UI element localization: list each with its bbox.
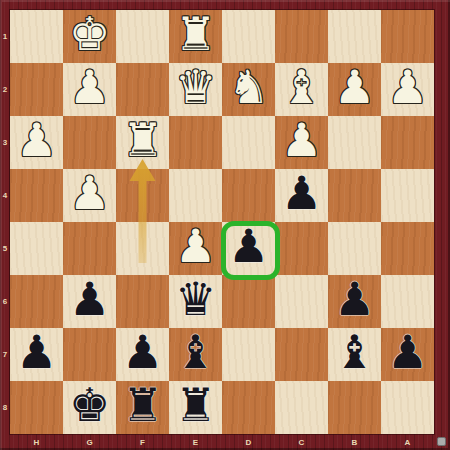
square-c1[interactable] <box>275 10 328 63</box>
square-f3[interactable]: ♜ <box>116 116 169 169</box>
square-g4[interactable]: ♟ <box>63 169 116 222</box>
black-bishop-b7[interactable]: ♝ <box>334 326 375 379</box>
square-f1[interactable] <box>116 10 169 63</box>
black-pawn-g6[interactable]: ♟ <box>69 273 110 326</box>
file-label: H <box>10 434 63 450</box>
square-h7[interactable]: ♟ <box>10 328 63 381</box>
black-rook-e8[interactable]: ♜ <box>175 379 216 432</box>
white-pawn-g2[interactable]: ♟ <box>69 61 110 114</box>
rank-label: 2 <box>0 63 10 116</box>
square-f7[interactable]: ♟ <box>116 328 169 381</box>
white-rook-e1[interactable]: ♜ <box>175 8 216 61</box>
square-b8[interactable] <box>328 381 381 434</box>
square-h3[interactable]: ♟ <box>10 116 63 169</box>
white-pawn-e5[interactable]: ♟ <box>175 220 216 273</box>
file-label: A <box>381 434 434 450</box>
square-d6[interactable] <box>222 275 275 328</box>
square-g1[interactable]: ♚ <box>63 10 116 63</box>
square-a2[interactable]: ♟ <box>381 63 434 116</box>
square-b5[interactable] <box>328 222 381 275</box>
square-h1[interactable] <box>10 10 63 63</box>
square-d2[interactable]: ♞ <box>222 63 275 116</box>
rank-label: 8 <box>0 381 10 434</box>
square-b1[interactable] <box>328 10 381 63</box>
square-g5[interactable] <box>63 222 116 275</box>
white-pawn-a2[interactable]: ♟ <box>387 61 428 114</box>
file-label: D <box>222 434 275 450</box>
black-pawn-d5[interactable]: ♟ <box>228 220 269 273</box>
square-a5[interactable] <box>381 222 434 275</box>
file-label: F <box>116 434 169 450</box>
rank-label: 5 <box>0 222 10 275</box>
file-label: G <box>63 434 116 450</box>
square-a8[interactable] <box>381 381 434 434</box>
square-e7[interactable]: ♝ <box>169 328 222 381</box>
file-label: B <box>328 434 381 450</box>
square-b6[interactable]: ♟ <box>328 275 381 328</box>
square-f8[interactable]: ♜ <box>116 381 169 434</box>
black-bishop-e7[interactable]: ♝ <box>175 326 216 379</box>
black-king-g8[interactable]: ♚ <box>69 379 110 432</box>
square-b7[interactable]: ♝ <box>328 328 381 381</box>
square-h5[interactable] <box>10 222 63 275</box>
square-h6[interactable] <box>10 275 63 328</box>
rank-label: 3 <box>0 116 10 169</box>
white-queen-e2[interactable]: ♛ <box>175 61 216 114</box>
square-g2[interactable]: ♟ <box>63 63 116 116</box>
black-rook-f8[interactable]: ♜ <box>122 379 163 432</box>
square-c5[interactable] <box>275 222 328 275</box>
black-pawn-c4[interactable]: ♟ <box>281 167 322 220</box>
white-pawn-c3[interactable]: ♟ <box>281 114 322 167</box>
square-a1[interactable] <box>381 10 434 63</box>
square-d3[interactable] <box>222 116 275 169</box>
square-d4[interactable] <box>222 169 275 222</box>
square-d7[interactable] <box>222 328 275 381</box>
square-e3[interactable] <box>169 116 222 169</box>
rank-label: 4 <box>0 169 10 222</box>
white-king-g1[interactable]: ♚ <box>69 8 110 61</box>
rank-label: 1 <box>0 10 10 63</box>
rank-label: 7 <box>0 328 10 381</box>
square-h4[interactable] <box>10 169 63 222</box>
square-d1[interactable] <box>222 10 275 63</box>
rank-label: 6 <box>0 275 10 328</box>
black-pawn-f7[interactable]: ♟ <box>122 326 163 379</box>
square-a3[interactable] <box>381 116 434 169</box>
square-a7[interactable]: ♟ <box>381 328 434 381</box>
white-pawn-b2[interactable]: ♟ <box>334 61 375 114</box>
square-e2[interactable]: ♛ <box>169 63 222 116</box>
square-c4[interactable]: ♟ <box>275 169 328 222</box>
square-g3[interactable] <box>63 116 116 169</box>
corner-handle-icon[interactable] <box>437 437 446 446</box>
square-f5[interactable] <box>116 222 169 275</box>
square-f4[interactable] <box>116 169 169 222</box>
square-e1[interactable]: ♜ <box>169 10 222 63</box>
square-g8[interactable]: ♚ <box>63 381 116 434</box>
square-e5[interactable]: ♟ <box>169 222 222 275</box>
black-queen-e6[interactable]: ♛ <box>175 273 216 326</box>
white-knight-d2[interactable]: ♞ <box>228 61 269 114</box>
square-a4[interactable] <box>381 169 434 222</box>
square-e6[interactable]: ♛ <box>169 275 222 328</box>
file-label: E <box>169 434 222 450</box>
square-d5[interactable]: ♟ <box>222 222 275 275</box>
square-e8[interactable]: ♜ <box>169 381 222 434</box>
board-frame: 12345678 HGFEDCBA ♚♜♟♛♞♝♟♟♟♜♟♟♟♟♟♟♛♟♟♟♝♝… <box>0 0 450 450</box>
square-c3[interactable]: ♟ <box>275 116 328 169</box>
square-c2[interactable]: ♝ <box>275 63 328 116</box>
square-f2[interactable] <box>116 63 169 116</box>
black-pawn-a7[interactable]: ♟ <box>387 326 428 379</box>
square-g7[interactable] <box>63 328 116 381</box>
black-pawn-b6[interactable]: ♟ <box>334 273 375 326</box>
white-pawn-g4[interactable]: ♟ <box>69 167 110 220</box>
square-f6[interactable] <box>116 275 169 328</box>
white-rook-f3[interactable]: ♜ <box>122 114 163 167</box>
white-pawn-h3[interactable]: ♟ <box>16 114 57 167</box>
chess-board: ♚♜♟♛♞♝♟♟♟♜♟♟♟♟♟♟♛♟♟♟♝♝♟♚♜♜ <box>10 10 434 434</box>
file-label: C <box>275 434 328 450</box>
square-c7[interactable] <box>275 328 328 381</box>
square-h8[interactable] <box>10 381 63 434</box>
square-c8[interactable] <box>275 381 328 434</box>
square-h2[interactable] <box>10 63 63 116</box>
square-b4[interactable] <box>328 169 381 222</box>
square-c6[interactable] <box>275 275 328 328</box>
square-b2[interactable]: ♟ <box>328 63 381 116</box>
square-d8[interactable] <box>222 381 275 434</box>
rank-labels: 12345678 <box>0 10 10 434</box>
square-g6[interactable]: ♟ <box>63 275 116 328</box>
white-bishop-c2[interactable]: ♝ <box>281 61 322 114</box>
black-pawn-h7[interactable]: ♟ <box>16 326 57 379</box>
square-a6[interactable] <box>381 275 434 328</box>
square-b3[interactable] <box>328 116 381 169</box>
square-e4[interactable] <box>169 169 222 222</box>
file-labels: HGFEDCBA <box>10 434 434 450</box>
